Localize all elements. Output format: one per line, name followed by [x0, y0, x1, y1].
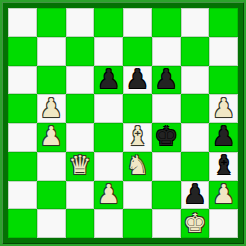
square-a8[interactable]	[8, 8, 37, 37]
square-h7[interactable]	[209, 37, 238, 66]
square-g8[interactable]	[181, 8, 210, 37]
square-b8[interactable]	[37, 8, 66, 37]
black-pawn-piece[interactable]: ♟	[154, 66, 177, 92]
square-h6[interactable]	[209, 66, 238, 95]
white-pawn-piece[interactable]: ♟	[212, 181, 235, 207]
white-pawn-piece[interactable]: ♟	[97, 181, 120, 207]
square-g5[interactable]	[181, 94, 210, 123]
square-e4[interactable]: ♝	[123, 123, 152, 152]
square-b5[interactable]: ♟	[37, 94, 66, 123]
square-f7[interactable]	[152, 37, 181, 66]
square-h4[interactable]: ♟	[209, 123, 238, 152]
square-e2[interactable]	[123, 181, 152, 210]
square-f6[interactable]: ♟	[152, 66, 181, 95]
chess-board-frame: ♟♟♟♟♟♟♝♚♟♛♞♝♟♟♟♚	[0, 0, 246, 246]
square-b1[interactable]	[37, 209, 66, 238]
square-d2[interactable]: ♟	[94, 181, 123, 210]
square-d4[interactable]	[94, 123, 123, 152]
square-d6[interactable]: ♟	[94, 66, 123, 95]
square-f3[interactable]	[152, 152, 181, 181]
square-d3[interactable]	[94, 152, 123, 181]
square-e5[interactable]	[123, 94, 152, 123]
black-bishop-piece[interactable]: ♝	[212, 152, 235, 178]
square-d1[interactable]	[94, 209, 123, 238]
square-h3[interactable]: ♝	[209, 152, 238, 181]
square-a7[interactable]	[8, 37, 37, 66]
square-c7[interactable]	[66, 37, 95, 66]
white-queen-piece[interactable]: ♛	[68, 152, 91, 178]
white-pawn-piece[interactable]: ♟	[212, 95, 235, 121]
white-pawn-piece[interactable]: ♟	[39, 123, 62, 149]
square-c8[interactable]	[66, 8, 95, 37]
square-d5[interactable]	[94, 94, 123, 123]
square-g6[interactable]	[181, 66, 210, 95]
square-c1[interactable]	[66, 209, 95, 238]
square-h5[interactable]: ♟	[209, 94, 238, 123]
white-knight-piece[interactable]: ♞	[126, 152, 149, 178]
square-e3[interactable]: ♞	[123, 152, 152, 181]
square-f1[interactable]	[152, 209, 181, 238]
square-a2[interactable]	[8, 181, 37, 210]
square-a3[interactable]	[8, 152, 37, 181]
black-king-piece[interactable]: ♚	[154, 123, 177, 149]
square-b7[interactable]	[37, 37, 66, 66]
square-g1[interactable]: ♚	[181, 209, 210, 238]
square-d7[interactable]	[94, 37, 123, 66]
square-a5[interactable]	[8, 94, 37, 123]
square-h1[interactable]	[209, 209, 238, 238]
square-f5[interactable]	[152, 94, 181, 123]
square-b6[interactable]	[37, 66, 66, 95]
black-pawn-piece[interactable]: ♟	[183, 181, 206, 207]
square-g2[interactable]: ♟	[181, 181, 210, 210]
square-f2[interactable]	[152, 181, 181, 210]
square-c2[interactable]	[66, 181, 95, 210]
square-c4[interactable]	[66, 123, 95, 152]
square-b3[interactable]	[37, 152, 66, 181]
square-c5[interactable]	[66, 94, 95, 123]
square-h2[interactable]: ♟	[209, 181, 238, 210]
square-e6[interactable]: ♟	[123, 66, 152, 95]
square-f8[interactable]	[152, 8, 181, 37]
white-bishop-piece[interactable]: ♝	[126, 123, 149, 149]
white-king-piece[interactable]: ♚	[183, 210, 206, 236]
black-pawn-piece[interactable]: ♟	[126, 66, 149, 92]
square-a6[interactable]	[8, 66, 37, 95]
square-d8[interactable]	[94, 8, 123, 37]
black-pawn-piece[interactable]: ♟	[97, 66, 120, 92]
square-h8[interactable]	[209, 8, 238, 37]
black-pawn-piece[interactable]: ♟	[212, 123, 235, 149]
square-g4[interactable]	[181, 123, 210, 152]
chess-board: ♟♟♟♟♟♟♝♚♟♛♞♝♟♟♟♚	[8, 8, 238, 238]
square-b2[interactable]	[37, 181, 66, 210]
square-b4[interactable]: ♟	[37, 123, 66, 152]
square-g3[interactable]	[181, 152, 210, 181]
square-e1[interactable]	[123, 209, 152, 238]
square-e7[interactable]	[123, 37, 152, 66]
square-c3[interactable]: ♛	[66, 152, 95, 181]
square-e8[interactable]	[123, 8, 152, 37]
square-a1[interactable]	[8, 209, 37, 238]
square-g7[interactable]	[181, 37, 210, 66]
white-pawn-piece[interactable]: ♟	[39, 95, 62, 121]
square-c6[interactable]	[66, 66, 95, 95]
square-a4[interactable]	[8, 123, 37, 152]
square-f4[interactable]: ♚	[152, 123, 181, 152]
